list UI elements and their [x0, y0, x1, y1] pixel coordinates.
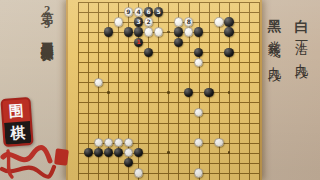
black-label: 黑: [265, 8, 283, 10]
white-stone: [94, 138, 103, 147]
board-stones: 65319428: [73, 0, 264, 180]
black-stone: 5: [154, 7, 163, 16]
white-stone: 9: [124, 7, 133, 16]
white-stone: [194, 108, 203, 117]
red-calligraphy-signature: [0, 143, 72, 180]
black-stone: [104, 148, 113, 157]
white-stone: [144, 27, 153, 36]
move-number: 3: [136, 19, 140, 25]
black-stone: [194, 48, 203, 57]
white-label: 白: [292, 8, 310, 10]
white-stone: [114, 138, 123, 147]
white-stone: [124, 138, 133, 147]
black-stone: [224, 48, 233, 57]
player-black-column: 黑 党毅飞 九段: [265, 8, 283, 61]
white-stone: [214, 138, 223, 147]
white-stone: [174, 17, 183, 26]
black-stone: [174, 27, 183, 36]
black-stone: [224, 17, 233, 26]
move-number: 8: [187, 19, 191, 25]
white-stone: [194, 168, 203, 177]
seal-char-bottom: 棋: [4, 121, 31, 145]
white-stone: [94, 78, 103, 87]
black-stone: [94, 148, 103, 157]
white-stone: 4: [134, 7, 143, 16]
move-number: 9: [126, 9, 130, 15]
move-number: 1: [136, 39, 140, 45]
go-board: 65319428: [66, 0, 262, 180]
weiqi-seal-logo: 围 棋: [0, 97, 33, 147]
black-stone: [134, 27, 143, 36]
white-stone: [114, 17, 123, 26]
black-stone: [194, 27, 203, 36]
video-thumbnail: 第29届三星杯世界大师赛决赛 65319428 黑 党毅飞 九段 白 丁浩 九段…: [0, 0, 320, 180]
white-stone: [194, 138, 203, 147]
seal-char-top: 围: [2, 99, 29, 123]
white-stone: [154, 27, 163, 36]
white-rank: 九段: [292, 53, 310, 58]
black-stone: [144, 48, 153, 57]
white-name: 丁浩: [292, 30, 310, 35]
white-stone: [184, 27, 193, 36]
black-rank: 九段: [265, 56, 283, 61]
white-stone: [104, 138, 113, 147]
black-stone: [134, 148, 143, 157]
black-stone: [204, 88, 213, 97]
move-number: 2: [146, 19, 150, 25]
move-number: 6: [146, 9, 150, 15]
white-stone: [194, 58, 203, 67]
move-number: 5: [156, 9, 160, 15]
black-stone: [114, 148, 123, 157]
black-stone: 1: [134, 38, 143, 47]
black-stone: [174, 38, 183, 47]
black-stone: [224, 27, 233, 36]
black-stone: [124, 27, 133, 36]
player-white-column: 白 丁浩 九段: [292, 8, 310, 58]
black-stone: [124, 158, 133, 167]
black-name: 党毅飞: [265, 30, 283, 38]
black-stone: 6: [144, 7, 153, 16]
black-stone: 3: [134, 17, 143, 26]
black-stone: [184, 88, 193, 97]
white-stone: 2: [144, 17, 153, 26]
white-stone: 8: [184, 17, 193, 26]
black-stone: [84, 148, 93, 157]
white-stone: [134, 168, 143, 177]
white-stone: [124, 148, 133, 157]
white-stone: [214, 17, 223, 26]
move-number: 4: [136, 9, 140, 15]
black-stone: [104, 27, 113, 36]
